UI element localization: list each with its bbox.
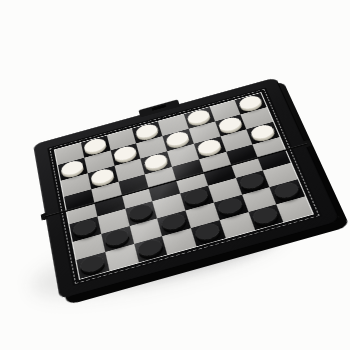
black-piece[interactable]: ● [248,202,281,227]
square-c1[interactable]: ● [134,236,168,262]
square-a1[interactable]: ● [76,252,109,279]
black-piece[interactable]: ● [191,218,223,243]
photo-backdrop: ●●●●●●●●●●●●●●●●●●●●●●●● [0,0,350,350]
board-grid: ●●●●●●●●●●●●●●●●●●●●●●●● [55,93,313,279]
playing-field: ●●●●●●●●●●●●●●●●●●●●●●●● [47,87,322,286]
boundary-line: ●●●●●●●●●●●●●●●●●●●●●●●● [54,92,314,280]
black-piece[interactable]: ● [134,233,165,259]
checkers-board: ●●●●●●●●●●●●●●●●●●●●●●●● [33,77,341,299]
black-piece[interactable]: ● [77,249,107,275]
